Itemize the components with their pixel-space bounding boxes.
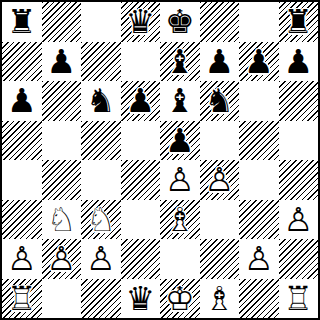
square-f5[interactable] — [200, 121, 240, 161]
square-c4[interactable] — [81, 160, 121, 200]
piece-glyph: ♗ — [200, 279, 240, 319]
piece-white-pawn-f4: ♟♙ — [200, 160, 240, 200]
piece-glyph: ♙ — [81, 239, 121, 279]
square-e7[interactable]: ♝♝ — [160, 42, 200, 82]
square-c5[interactable] — [81, 121, 121, 161]
piece-glyph: ♜ — [2, 2, 42, 42]
piece-glyph: ♗ — [160, 200, 200, 240]
square-f7[interactable]: ♟♟ — [200, 42, 240, 82]
square-b8[interactable] — [42, 2, 82, 42]
square-g1[interactable] — [239, 279, 279, 319]
piece-black-knight-f6: ♞♞ — [200, 81, 240, 121]
square-d6[interactable]: ♟♟ — [121, 81, 161, 121]
piece-black-rook-h8: ♜♜ — [279, 2, 319, 42]
square-d2[interactable] — [121, 239, 161, 279]
square-g5[interactable] — [239, 121, 279, 161]
square-e2[interactable] — [160, 239, 200, 279]
square-f6[interactable]: ♞♞ — [200, 81, 240, 121]
square-e5[interactable]: ♟♟ — [160, 121, 200, 161]
square-a6[interactable]: ♟♟ — [2, 81, 42, 121]
piece-glyph: ♙ — [200, 160, 240, 200]
piece-glyph: ♙ — [239, 239, 279, 279]
piece-glyph: ♔ — [160, 279, 200, 319]
square-b7[interactable]: ♟♟ — [42, 42, 82, 82]
piece-glyph: ♙ — [42, 239, 82, 279]
piece-black-pawn-h7: ♟♟ — [279, 42, 319, 82]
piece-glyph: ♜ — [279, 2, 319, 42]
square-h1[interactable]: ♜♖ — [279, 279, 319, 319]
square-c7[interactable] — [81, 42, 121, 82]
square-g2[interactable]: ♟♙ — [239, 239, 279, 279]
square-b2[interactable]: ♟♙ — [42, 239, 82, 279]
square-g4[interactable] — [239, 160, 279, 200]
square-f2[interactable] — [200, 239, 240, 279]
piece-white-rook-h1: ♜♖ — [279, 279, 319, 319]
piece-white-pawn-a2: ♟♙ — [2, 239, 42, 279]
piece-glyph: ♖ — [2, 279, 42, 319]
square-f3[interactable] — [200, 200, 240, 240]
piece-glyph: ♛ — [121, 2, 161, 42]
piece-black-bishop-e6: ♝♝ — [160, 81, 200, 121]
square-e4[interactable]: ♟♙ — [160, 160, 200, 200]
square-d8[interactable]: ♛♛ — [121, 2, 161, 42]
square-h5[interactable] — [279, 121, 319, 161]
square-a7[interactable] — [2, 42, 42, 82]
square-c1[interactable] — [81, 279, 121, 319]
piece-black-knight-c6: ♞♞ — [81, 81, 121, 121]
square-h7[interactable]: ♟♟ — [279, 42, 319, 82]
square-h8[interactable]: ♜♜ — [279, 2, 319, 42]
piece-glyph: ♟ — [160, 121, 200, 161]
chess-board: ♜♜♛♛♚♚♜♜♟♟♝♝♟♟♟♟♟♟♟♟♞♞♟♟♝♝♞♞♟♟♟♙♟♙♞♘♞♘♝♗… — [0, 0, 320, 320]
piece-glyph: ♘ — [42, 200, 82, 240]
piece-glyph: ♞ — [81, 81, 121, 121]
piece-black-rook-a8: ♜♜ — [2, 2, 42, 42]
square-g7[interactable]: ♟♟ — [239, 42, 279, 82]
piece-glyph: ♞ — [200, 81, 240, 121]
piece-glyph: ♝ — [160, 42, 200, 82]
piece-glyph: ♙ — [279, 200, 319, 240]
piece-white-king-e1: ♚♔ — [160, 279, 200, 319]
square-a3[interactable] — [2, 200, 42, 240]
piece-black-pawn-g7: ♟♟ — [239, 42, 279, 82]
piece-black-bishop-e7: ♝♝ — [160, 42, 200, 82]
piece-black-pawn-f7: ♟♟ — [200, 42, 240, 82]
piece-white-knight-c3: ♞♘ — [81, 200, 121, 240]
piece-glyph: ♚ — [160, 2, 200, 42]
piece-white-pawn-h3: ♟♙ — [279, 200, 319, 240]
piece-white-pawn-c2: ♟♙ — [81, 239, 121, 279]
square-f8[interactable] — [200, 2, 240, 42]
piece-black-pawn-d6: ♟♟ — [121, 81, 161, 121]
square-c8[interactable] — [81, 2, 121, 42]
square-a8[interactable]: ♜♜ — [2, 2, 42, 42]
square-b3[interactable]: ♞♘ — [42, 200, 82, 240]
square-d4[interactable] — [121, 160, 161, 200]
square-d7[interactable] — [121, 42, 161, 82]
square-g8[interactable] — [239, 2, 279, 42]
square-e1[interactable]: ♚♔ — [160, 279, 200, 319]
piece-white-pawn-b2: ♟♙ — [42, 239, 82, 279]
square-a2[interactable]: ♟♙ — [2, 239, 42, 279]
square-h3[interactable]: ♟♙ — [279, 200, 319, 240]
square-c2[interactable]: ♟♙ — [81, 239, 121, 279]
piece-white-bishop-e3: ♝♗ — [160, 200, 200, 240]
square-a1[interactable]: ♜♖ — [2, 279, 42, 319]
piece-glyph: ♟ — [239, 42, 279, 82]
piece-black-pawn-a6: ♟♟ — [2, 81, 42, 121]
square-b4[interactable] — [42, 160, 82, 200]
square-e3[interactable]: ♝♗ — [160, 200, 200, 240]
square-h2[interactable] — [279, 239, 319, 279]
piece-glyph: ♟ — [279, 42, 319, 82]
square-b1[interactable] — [42, 279, 82, 319]
square-f4[interactable]: ♟♙ — [200, 160, 240, 200]
piece-glyph: ♖ — [279, 279, 319, 319]
piece-black-pawn-e5: ♟♟ — [160, 121, 200, 161]
square-g6[interactable] — [239, 81, 279, 121]
square-c6[interactable]: ♞♞ — [81, 81, 121, 121]
square-d1[interactable]: ♛♛ — [121, 279, 161, 319]
piece-glyph: ♙ — [160, 160, 200, 200]
piece-glyph: ♟ — [42, 42, 82, 82]
piece-white-pawn-e4: ♟♙ — [160, 160, 200, 200]
square-h4[interactable] — [279, 160, 319, 200]
square-b6[interactable] — [42, 81, 82, 121]
piece-glyph: ♟ — [200, 42, 240, 82]
piece-glyph: ♟ — [2, 81, 42, 121]
square-c3[interactable]: ♞♘ — [81, 200, 121, 240]
square-e6[interactable]: ♝♝ — [160, 81, 200, 121]
piece-glyph: ♛ — [121, 279, 161, 319]
piece-black-king-e8: ♚♚ — [160, 2, 200, 42]
square-a4[interactable] — [2, 160, 42, 200]
piece-black-queen-d1: ♛♛ — [121, 279, 161, 319]
square-e8[interactable]: ♚♚ — [160, 2, 200, 42]
square-g3[interactable] — [239, 200, 279, 240]
square-b5[interactable] — [42, 121, 82, 161]
square-h6[interactable] — [279, 81, 319, 121]
piece-black-queen-d8: ♛♛ — [121, 2, 161, 42]
piece-white-bishop-f1: ♝♗ — [200, 279, 240, 319]
piece-white-rook-a1: ♜♖ — [2, 279, 42, 319]
piece-glyph: ♟ — [121, 81, 161, 121]
piece-glyph: ♝ — [160, 81, 200, 121]
piece-white-knight-b3: ♞♘ — [42, 200, 82, 240]
piece-white-pawn-g2: ♟♙ — [239, 239, 279, 279]
square-d5[interactable] — [121, 121, 161, 161]
piece-glyph: ♘ — [81, 200, 121, 240]
piece-black-pawn-b7: ♟♟ — [42, 42, 82, 82]
square-d3[interactable] — [121, 200, 161, 240]
piece-glyph: ♙ — [2, 239, 42, 279]
square-f1[interactable]: ♝♗ — [200, 279, 240, 319]
square-a5[interactable] — [2, 121, 42, 161]
